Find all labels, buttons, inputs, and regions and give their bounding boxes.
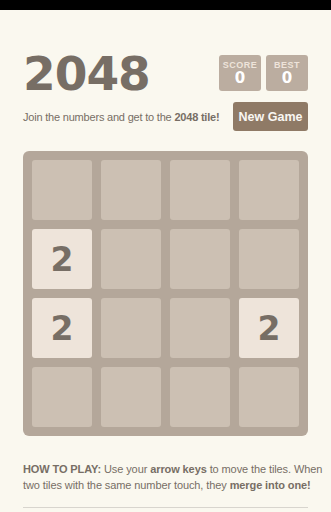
board-cell-empty (239, 367, 299, 427)
board-cell-empty (170, 229, 230, 289)
board-cell-empty (170, 160, 230, 220)
board-cell-empty (101, 160, 161, 220)
board-cell-empty (32, 160, 92, 220)
arrow-keys-text: arrow keys (150, 463, 206, 475)
board-cell-empty (170, 367, 230, 427)
best-value: 0 (282, 70, 292, 87)
game-title: 2048 (23, 52, 150, 96)
board-cell-empty (101, 298, 161, 358)
header: 2048 SCORE 0 BEST 0 (23, 52, 308, 96)
tagline: Join the numbers and get to the 2048 til… (23, 111, 219, 123)
board-cell-empty (101, 367, 161, 427)
best-box: BEST 0 (266, 55, 308, 91)
board-cell-empty (239, 229, 299, 289)
board[interactable]: 222 (23, 151, 308, 436)
score-value: 0 (235, 70, 245, 87)
board-cell-empty (101, 229, 161, 289)
scores-panel: SCORE 0 BEST 0 (219, 55, 308, 91)
tile-number: 2 (258, 309, 281, 348)
board-cell-empty (239, 160, 299, 220)
how-to-play: HOW TO PLAY: Use your arrow keys to move… (23, 461, 308, 493)
new-game-button[interactable]: New Game (233, 102, 308, 131)
board-cell-empty (170, 298, 230, 358)
how-to-play-line-2: two tiles with the same number touch, th… (23, 477, 308, 493)
tagline-goal: 2048 tile! (174, 111, 219, 123)
subheader: Join the numbers and get to the 2048 til… (23, 102, 308, 131)
score-box: SCORE 0 (219, 55, 261, 91)
board-cell-empty (32, 367, 92, 427)
how-to-play-line-1: HOW TO PLAY: Use your arrow keys to move… (23, 461, 308, 477)
tile-number: 2 (51, 309, 74, 348)
tagline-text: Join the numbers and get to the (23, 111, 174, 123)
tile-2: 2 (239, 298, 299, 358)
status-bar (0, 0, 331, 10)
how-to-play-label: HOW TO PLAY: (23, 463, 101, 475)
game-container: 2048 SCORE 0 BEST 0 Join the numbers and… (23, 52, 308, 508)
divider (23, 507, 308, 508)
tile-number: 2 (51, 240, 74, 279)
tile-2: 2 (32, 229, 92, 289)
merge-text: merge into one! (230, 479, 311, 491)
tile-2: 2 (32, 298, 92, 358)
